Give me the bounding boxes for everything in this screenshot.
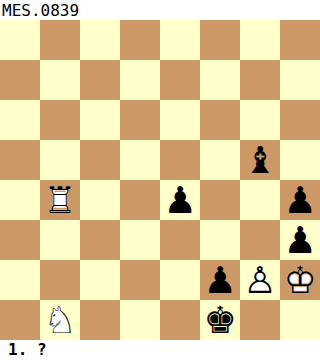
square-a2[interactable]	[0, 260, 40, 300]
square-e2[interactable]	[160, 260, 200, 300]
chess-puzzle-page: MES.0839 ♝♜♖♟♟♟♟♟♙♚♔♞♘♚ 1. ?	[0, 0, 320, 360]
diagram-title: MES.0839	[0, 0, 320, 20]
square-h8[interactable]	[280, 20, 320, 60]
square-g8[interactable]	[240, 20, 280, 60]
square-f2[interactable]: ♟	[200, 260, 240, 300]
square-f4[interactable]	[200, 180, 240, 220]
square-c6[interactable]	[80, 100, 120, 140]
piece-black-pawn: ♟	[200, 260, 240, 300]
square-c2[interactable]	[80, 260, 120, 300]
square-a1[interactable]	[0, 300, 40, 340]
square-a8[interactable]	[0, 20, 40, 60]
square-b7[interactable]	[40, 60, 80, 100]
square-f5[interactable]	[200, 140, 240, 180]
piece-white-king: ♚♔	[280, 260, 320, 300]
piece-black-pawn: ♟	[280, 220, 320, 260]
square-b6[interactable]	[40, 100, 80, 140]
square-a5[interactable]	[0, 140, 40, 180]
square-a6[interactable]	[0, 100, 40, 140]
piece-black-pawn: ♟	[280, 180, 320, 220]
square-d8[interactable]	[120, 20, 160, 60]
square-h2[interactable]: ♚♔	[280, 260, 320, 300]
square-h1[interactable]	[280, 300, 320, 340]
square-a3[interactable]	[0, 220, 40, 260]
square-b3[interactable]	[40, 220, 80, 260]
square-a7[interactable]	[0, 60, 40, 100]
square-e5[interactable]	[160, 140, 200, 180]
square-d2[interactable]	[120, 260, 160, 300]
square-e3[interactable]	[160, 220, 200, 260]
square-d4[interactable]	[120, 180, 160, 220]
square-d6[interactable]	[120, 100, 160, 140]
square-h3[interactable]: ♟	[280, 220, 320, 260]
square-g7[interactable]	[240, 60, 280, 100]
square-d5[interactable]	[120, 140, 160, 180]
square-g5[interactable]: ♝	[240, 140, 280, 180]
piece-white-pawn: ♟♙	[240, 260, 280, 300]
square-e4[interactable]: ♟	[160, 180, 200, 220]
piece-white-rook: ♜♖	[40, 180, 80, 220]
square-c8[interactable]	[80, 20, 120, 60]
square-h7[interactable]	[280, 60, 320, 100]
square-g6[interactable]	[240, 100, 280, 140]
chess-board: ♝♜♖♟♟♟♟♟♙♚♔♞♘♚	[0, 20, 320, 340]
square-c3[interactable]	[80, 220, 120, 260]
piece-black-pawn: ♟	[160, 180, 200, 220]
square-e6[interactable]	[160, 100, 200, 140]
square-a4[interactable]	[0, 180, 40, 220]
square-e7[interactable]	[160, 60, 200, 100]
piece-black-bishop: ♝	[240, 140, 280, 180]
square-g1[interactable]	[240, 300, 280, 340]
square-g4[interactable]	[240, 180, 280, 220]
piece-white-knight: ♞♘	[40, 300, 80, 340]
square-b8[interactable]	[40, 20, 80, 60]
square-c1[interactable]	[80, 300, 120, 340]
square-f6[interactable]	[200, 100, 240, 140]
square-h5[interactable]	[280, 140, 320, 180]
square-b2[interactable]	[40, 260, 80, 300]
square-e8[interactable]	[160, 20, 200, 60]
square-h4[interactable]: ♟	[280, 180, 320, 220]
square-h6[interactable]	[280, 100, 320, 140]
piece-black-king: ♚	[200, 300, 240, 340]
square-c5[interactable]	[80, 140, 120, 180]
square-f7[interactable]	[200, 60, 240, 100]
square-b5[interactable]	[40, 140, 80, 180]
square-d7[interactable]	[120, 60, 160, 100]
square-b1[interactable]: ♞♘	[40, 300, 80, 340]
square-g3[interactable]	[240, 220, 280, 260]
square-f1[interactable]: ♚	[200, 300, 240, 340]
square-f3[interactable]	[200, 220, 240, 260]
square-c7[interactable]	[80, 60, 120, 100]
square-e1[interactable]	[160, 300, 200, 340]
square-d3[interactable]	[120, 220, 160, 260]
square-f8[interactable]	[200, 20, 240, 60]
square-g2[interactable]: ♟♙	[240, 260, 280, 300]
square-b4[interactable]: ♜♖	[40, 180, 80, 220]
square-c4[interactable]	[80, 180, 120, 220]
square-d1[interactable]	[120, 300, 160, 340]
move-prompt: 1. ?	[0, 340, 320, 360]
